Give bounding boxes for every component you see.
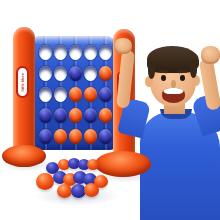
orange-loose-ball xyxy=(84,183,99,197)
product-photo: little tikes little tikes xyxy=(0,0,220,220)
orange-loose-ball xyxy=(87,159,99,170)
orange-loose-ball xyxy=(57,184,72,198)
orange-loose-ball xyxy=(36,173,54,190)
ball-cluster xyxy=(0,0,220,220)
